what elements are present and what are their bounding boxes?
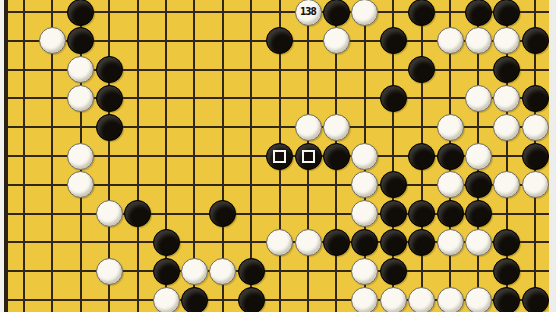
black-stone (408, 143, 435, 170)
black-stone (408, 0, 435, 26)
white-stone (437, 27, 464, 54)
black-stone (522, 287, 549, 312)
go-board-diagram: 138 (0, 0, 556, 312)
black-stone (323, 229, 350, 256)
white-stone (67, 171, 94, 198)
black-stone (238, 258, 265, 285)
white-stone (437, 229, 464, 256)
black-stone (465, 0, 492, 26)
white-stone (153, 287, 180, 312)
marked-black-stone (266, 143, 293, 170)
black-stone (323, 0, 350, 26)
white-stone (493, 114, 520, 141)
white-stone (493, 171, 520, 198)
white-stone (67, 143, 94, 170)
black-stone (437, 143, 464, 170)
white-stone (351, 258, 378, 285)
left-paper-margin (0, 0, 4, 312)
black-stone (380, 85, 407, 112)
white-stone (96, 258, 123, 285)
white-stone (465, 85, 492, 112)
black-stone (493, 287, 520, 312)
grid-horizontal-line (5, 270, 550, 272)
black-stone (493, 0, 520, 26)
black-stone (493, 258, 520, 285)
white-stone (295, 229, 322, 256)
black-stone (181, 287, 208, 312)
black-stone (153, 258, 180, 285)
black-stone (465, 171, 492, 198)
white-stone (493, 27, 520, 54)
marked-black-stone (295, 143, 322, 170)
white-stone (437, 114, 464, 141)
white-stone (96, 200, 123, 227)
black-stone (67, 0, 94, 26)
square-mark-icon (302, 150, 315, 163)
black-stone (408, 56, 435, 83)
black-stone (380, 171, 407, 198)
white-stone (323, 114, 350, 141)
black-stone (153, 229, 180, 256)
square-mark-icon (273, 150, 286, 163)
white-stone (437, 171, 464, 198)
black-stone (522, 85, 549, 112)
white-stone (266, 229, 293, 256)
white-stone (380, 287, 407, 312)
black-stone (351, 229, 378, 256)
white-stone (209, 258, 236, 285)
black-stone (380, 258, 407, 285)
white-stone (295, 114, 322, 141)
black-stone (380, 229, 407, 256)
black-stone (67, 27, 94, 54)
numbered-white-stone: 138 (295, 0, 322, 26)
white-stone (351, 143, 378, 170)
black-stone (493, 229, 520, 256)
white-stone (437, 287, 464, 312)
black-stone (238, 287, 265, 312)
black-stone (266, 27, 293, 54)
grid-horizontal-line (5, 126, 550, 128)
white-stone (67, 56, 94, 83)
white-stone (465, 287, 492, 312)
black-stone (465, 200, 492, 227)
black-stone (522, 143, 549, 170)
black-stone (408, 200, 435, 227)
right-paper-margin (549, 0, 556, 312)
black-stone (96, 56, 123, 83)
white-stone (181, 258, 208, 285)
black-stone (96, 114, 123, 141)
white-stone (67, 85, 94, 112)
white-stone (351, 287, 378, 312)
white-stone (351, 0, 378, 26)
black-stone (209, 200, 236, 227)
white-stone (465, 229, 492, 256)
white-stone (465, 27, 492, 54)
move-number-label: 138 (300, 7, 316, 17)
black-stone (323, 143, 350, 170)
black-stone (522, 27, 549, 54)
white-stone (408, 287, 435, 312)
white-stone (493, 85, 520, 112)
white-stone (465, 143, 492, 170)
board-left-edge-line (4, 0, 8, 312)
white-stone (522, 171, 549, 198)
white-stone (351, 200, 378, 227)
white-stone (522, 114, 549, 141)
black-stone (96, 85, 123, 112)
black-stone (124, 200, 151, 227)
black-stone (380, 27, 407, 54)
black-stone (380, 200, 407, 227)
white-stone (351, 171, 378, 198)
black-stone (493, 56, 520, 83)
white-stone (39, 27, 66, 54)
black-stone (437, 200, 464, 227)
black-stone (408, 229, 435, 256)
white-stone (323, 27, 350, 54)
